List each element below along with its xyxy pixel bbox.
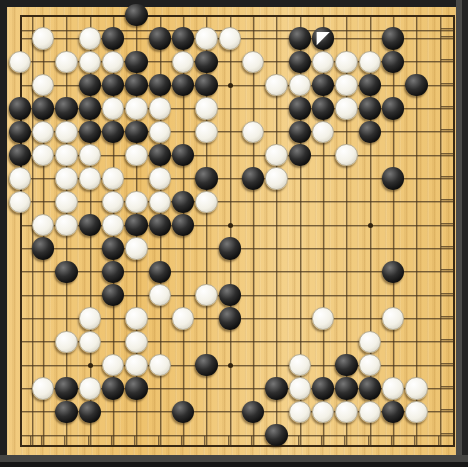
board-point[interactable]: [125, 424, 148, 447]
board-point[interactable]: [8, 424, 31, 447]
board-point[interactable]: [218, 400, 241, 423]
board-point[interactable]: [172, 424, 195, 447]
board-point[interactable]: [8, 354, 31, 377]
board-point[interactable]: [265, 74, 288, 97]
board-point[interactable]: [242, 330, 265, 353]
board-point[interactable]: [312, 50, 335, 73]
board-point[interactable]: [218, 377, 241, 400]
board-point[interactable]: [265, 167, 288, 190]
board-point[interactable]: [242, 50, 265, 73]
board-point[interactable]: [102, 50, 125, 73]
board-point[interactable]: [32, 214, 55, 237]
board-point[interactable]: [265, 424, 288, 447]
board-point[interactable]: [218, 307, 241, 330]
board-point[interactable]: [335, 4, 358, 27]
board-point[interactable]: [55, 237, 78, 260]
board-point[interactable]: [335, 307, 358, 330]
board-point[interactable]: [195, 120, 218, 143]
board-point[interactable]: [218, 330, 241, 353]
board-point[interactable]: [148, 377, 171, 400]
board-point[interactable]: [55, 144, 78, 167]
board-point[interactable]: [288, 330, 311, 353]
board-point[interactable]: [195, 330, 218, 353]
board-point[interactable]: [8, 400, 31, 423]
board-point[interactable]: [428, 214, 451, 237]
board-point[interactable]: [405, 260, 428, 283]
board-point[interactable]: [358, 377, 381, 400]
board-point[interactable]: [288, 424, 311, 447]
board-point[interactable]: [32, 354, 55, 377]
board-point[interactable]: [382, 120, 405, 143]
board-point[interactable]: [382, 97, 405, 120]
board-point[interactable]: [428, 74, 451, 97]
board-point[interactable]: [428, 330, 451, 353]
board-point[interactable]: [125, 354, 148, 377]
board-point[interactable]: [195, 74, 218, 97]
board-point[interactable]: [428, 190, 451, 213]
board-point[interactable]: [172, 120, 195, 143]
board-point[interactable]: [335, 377, 358, 400]
board-point[interactable]: [148, 74, 171, 97]
board-point[interactable]: [358, 27, 381, 50]
board-point[interactable]: [288, 97, 311, 120]
board-point[interactable]: [312, 354, 335, 377]
board-point[interactable]: [288, 354, 311, 377]
board-point[interactable]: [358, 284, 381, 307]
board-point[interactable]: [125, 4, 148, 27]
board-point[interactable]: [382, 284, 405, 307]
board-point[interactable]: [265, 27, 288, 50]
board-point[interactable]: [8, 284, 31, 307]
board-point[interactable]: [428, 4, 451, 27]
board-point[interactable]: [32, 284, 55, 307]
board-point[interactable]: [55, 260, 78, 283]
board-point[interactable]: [172, 74, 195, 97]
board-point[interactable]: [125, 190, 148, 213]
board-point[interactable]: [265, 330, 288, 353]
board-point[interactable]: [148, 400, 171, 423]
board-point[interactable]: [32, 307, 55, 330]
board-point[interactable]: [358, 260, 381, 283]
board-point[interactable]: [428, 354, 451, 377]
board-point[interactable]: [172, 190, 195, 213]
board-point[interactable]: [265, 144, 288, 167]
board-point[interactable]: [172, 284, 195, 307]
board-point[interactable]: [195, 307, 218, 330]
board-point[interactable]: [288, 50, 311, 73]
board-point[interactable]: [125, 237, 148, 260]
board-point[interactable]: [148, 4, 171, 27]
board-point[interactable]: [125, 144, 148, 167]
board-point[interactable]: [405, 74, 428, 97]
board-point[interactable]: [405, 120, 428, 143]
board-point[interactable]: [102, 214, 125, 237]
board-point[interactable]: [32, 377, 55, 400]
board-point[interactable]: [32, 167, 55, 190]
board-point[interactable]: [102, 354, 125, 377]
board-point[interactable]: [78, 190, 101, 213]
board-point[interactable]: [8, 260, 31, 283]
board-point[interactable]: [32, 144, 55, 167]
board-point[interactable]: [242, 424, 265, 447]
board-point[interactable]: [405, 50, 428, 73]
board-point[interactable]: [55, 307, 78, 330]
board-point[interactable]: [382, 27, 405, 50]
board-point[interactable]: [382, 354, 405, 377]
board-point[interactable]: [265, 237, 288, 260]
board-point[interactable]: [265, 307, 288, 330]
board-point[interactable]: [335, 97, 358, 120]
board-point[interactable]: [405, 190, 428, 213]
board-point[interactable]: [428, 237, 451, 260]
board-point[interactable]: [218, 214, 241, 237]
board-point[interactable]: [358, 4, 381, 27]
board-point[interactable]: [358, 74, 381, 97]
board-point[interactable]: [312, 260, 335, 283]
board-point[interactable]: [312, 167, 335, 190]
board-point[interactable]: [125, 330, 148, 353]
board-point[interactable]: [218, 260, 241, 283]
board-point[interactable]: [148, 50, 171, 73]
board-point[interactable]: [8, 50, 31, 73]
board-point[interactable]: [218, 120, 241, 143]
board-point[interactable]: [195, 214, 218, 237]
board-point[interactable]: [265, 260, 288, 283]
board-point[interactable]: [55, 27, 78, 50]
board-point[interactable]: [382, 330, 405, 353]
board-point[interactable]: [428, 167, 451, 190]
board-point[interactable]: [32, 120, 55, 143]
board-point[interactable]: [335, 144, 358, 167]
board-point[interactable]: [242, 97, 265, 120]
board-point[interactable]: [195, 237, 218, 260]
board-point[interactable]: [102, 284, 125, 307]
board-point[interactable]: [78, 400, 101, 423]
board-point[interactable]: [172, 307, 195, 330]
board-point[interactable]: [428, 50, 451, 73]
board-point[interactable]: [288, 307, 311, 330]
board-point[interactable]: [382, 74, 405, 97]
board-point[interactable]: [102, 97, 125, 120]
board-point[interactable]: [288, 190, 311, 213]
board-point[interactable]: [312, 237, 335, 260]
board-point[interactable]: [195, 167, 218, 190]
board-point[interactable]: [102, 400, 125, 423]
board-point[interactable]: [288, 167, 311, 190]
board-point[interactable]: [312, 74, 335, 97]
board-point[interactable]: [102, 27, 125, 50]
board-point[interactable]: [405, 424, 428, 447]
board-point[interactable]: [218, 97, 241, 120]
board-point[interactable]: [78, 284, 101, 307]
board-point[interactable]: [405, 284, 428, 307]
board-point[interactable]: [78, 214, 101, 237]
board-point[interactable]: [242, 307, 265, 330]
board-point[interactable]: [218, 354, 241, 377]
board-point[interactable]: [78, 377, 101, 400]
board-point[interactable]: [288, 260, 311, 283]
board-point[interactable]: [218, 4, 241, 27]
board-point[interactable]: [218, 167, 241, 190]
board-point[interactable]: [102, 307, 125, 330]
board-point[interactable]: [55, 377, 78, 400]
board-point[interactable]: [78, 307, 101, 330]
board-point[interactable]: [78, 97, 101, 120]
board-point[interactable]: [148, 284, 171, 307]
board-point[interactable]: [242, 354, 265, 377]
board-point[interactable]: [102, 377, 125, 400]
board-point[interactable]: [172, 167, 195, 190]
board-point[interactable]: [312, 4, 335, 27]
board-point[interactable]: [312, 190, 335, 213]
board-point[interactable]: [55, 74, 78, 97]
board-point[interactable]: [125, 377, 148, 400]
board-point[interactable]: [148, 307, 171, 330]
board-point[interactable]: [335, 120, 358, 143]
board-point[interactable]: [102, 144, 125, 167]
board-point[interactable]: [32, 50, 55, 73]
board-point[interactable]: [265, 4, 288, 27]
board-point[interactable]: [335, 260, 358, 283]
board-point[interactable]: [335, 27, 358, 50]
board-point[interactable]: [288, 237, 311, 260]
board-point[interactable]: [218, 144, 241, 167]
board-point[interactable]: [288, 74, 311, 97]
board-point[interactable]: [148, 260, 171, 283]
board-point[interactable]: [358, 190, 381, 213]
board-point[interactable]: [218, 284, 241, 307]
board-point[interactable]: [312, 27, 335, 50]
board-point[interactable]: [125, 284, 148, 307]
board-point[interactable]: [242, 144, 265, 167]
board-point[interactable]: [312, 424, 335, 447]
board-point[interactable]: [288, 214, 311, 237]
board-point[interactable]: [405, 307, 428, 330]
board-point[interactable]: [172, 50, 195, 73]
board-point[interactable]: [8, 214, 31, 237]
board-point[interactable]: [335, 167, 358, 190]
board-point[interactable]: [148, 214, 171, 237]
board-point[interactable]: [265, 120, 288, 143]
board-point[interactable]: [288, 144, 311, 167]
board-point[interactable]: [242, 284, 265, 307]
board-point[interactable]: [358, 424, 381, 447]
board-point[interactable]: [265, 354, 288, 377]
board-point[interactable]: [335, 284, 358, 307]
board-point[interactable]: [148, 120, 171, 143]
board-point[interactable]: [382, 144, 405, 167]
board-point[interactable]: [428, 260, 451, 283]
board-point[interactable]: [265, 377, 288, 400]
board-point[interactable]: [125, 167, 148, 190]
board-point[interactable]: [172, 214, 195, 237]
board-point[interactable]: [32, 190, 55, 213]
board-point[interactable]: [335, 354, 358, 377]
board-point[interactable]: [405, 144, 428, 167]
board-point[interactable]: [242, 214, 265, 237]
board-point[interactable]: [242, 237, 265, 260]
board-point[interactable]: [358, 237, 381, 260]
board-point[interactable]: [172, 330, 195, 353]
board-point[interactable]: [102, 260, 125, 283]
board-point[interactable]: [405, 97, 428, 120]
board-point[interactable]: [405, 167, 428, 190]
board-point[interactable]: [382, 214, 405, 237]
board-point[interactable]: [358, 330, 381, 353]
board-point[interactable]: [125, 74, 148, 97]
board-point[interactable]: [335, 50, 358, 73]
board-point[interactable]: [335, 237, 358, 260]
board-point[interactable]: [55, 190, 78, 213]
board-point[interactable]: [195, 50, 218, 73]
board-point[interactable]: [288, 284, 311, 307]
board-point[interactable]: [195, 424, 218, 447]
board-point[interactable]: [148, 330, 171, 353]
board-point[interactable]: [8, 4, 31, 27]
board-point[interactable]: [242, 377, 265, 400]
board-point[interactable]: [78, 237, 101, 260]
board-point[interactable]: [382, 377, 405, 400]
board-point[interactable]: [358, 97, 381, 120]
board-point[interactable]: [32, 400, 55, 423]
board-point[interactable]: [78, 260, 101, 283]
board-point[interactable]: [265, 190, 288, 213]
board-point[interactable]: [242, 27, 265, 50]
board-point[interactable]: [55, 4, 78, 27]
board-point[interactable]: [358, 307, 381, 330]
board-point[interactable]: [125, 260, 148, 283]
board-point[interactable]: [382, 237, 405, 260]
board-point[interactable]: [195, 144, 218, 167]
board-point[interactable]: [382, 424, 405, 447]
board-point[interactable]: [125, 307, 148, 330]
board-point[interactable]: [242, 4, 265, 27]
board-point[interactable]: [172, 4, 195, 27]
board-point[interactable]: [288, 400, 311, 423]
board-point[interactable]: [125, 97, 148, 120]
board-point[interactable]: [382, 400, 405, 423]
board-point[interactable]: [172, 260, 195, 283]
board-point[interactable]: [125, 50, 148, 73]
board-point[interactable]: [218, 237, 241, 260]
board-point[interactable]: [312, 144, 335, 167]
board-point[interactable]: [125, 27, 148, 50]
board-point[interactable]: [405, 237, 428, 260]
board-point[interactable]: [8, 27, 31, 50]
board-point[interactable]: [125, 214, 148, 237]
board-point[interactable]: [102, 167, 125, 190]
board-point[interactable]: [358, 354, 381, 377]
board-point[interactable]: [78, 27, 101, 50]
board-point[interactable]: [55, 214, 78, 237]
board-point[interactable]: [218, 50, 241, 73]
board-point[interactable]: [148, 167, 171, 190]
board-point[interactable]: [195, 4, 218, 27]
board-point[interactable]: [148, 354, 171, 377]
board-point[interactable]: [78, 330, 101, 353]
board-point[interactable]: [172, 354, 195, 377]
board-point[interactable]: [312, 214, 335, 237]
board-point[interactable]: [195, 97, 218, 120]
board-point[interactable]: [32, 4, 55, 27]
board-point[interactable]: [405, 377, 428, 400]
board-point[interactable]: [312, 284, 335, 307]
board-point[interactable]: [8, 74, 31, 97]
board-point[interactable]: [358, 50, 381, 73]
board-point[interactable]: [358, 120, 381, 143]
board-point[interactable]: [358, 167, 381, 190]
board-point[interactable]: [195, 284, 218, 307]
board-point[interactable]: [78, 144, 101, 167]
board-point[interactable]: [405, 214, 428, 237]
board-point[interactable]: [288, 4, 311, 27]
board-point[interactable]: [428, 27, 451, 50]
board-point[interactable]: [125, 400, 148, 423]
board-point[interactable]: [312, 400, 335, 423]
board-point[interactable]: [148, 144, 171, 167]
board-point[interactable]: [382, 50, 405, 73]
board-point[interactable]: [358, 214, 381, 237]
board-point[interactable]: [102, 190, 125, 213]
board-point[interactable]: [428, 284, 451, 307]
board-point[interactable]: [358, 400, 381, 423]
board-point[interactable]: [195, 260, 218, 283]
board-point[interactable]: [265, 97, 288, 120]
board-point[interactable]: [172, 377, 195, 400]
board-point[interactable]: [405, 330, 428, 353]
board-point[interactable]: [8, 167, 31, 190]
board-point[interactable]: [382, 167, 405, 190]
board-point[interactable]: [335, 400, 358, 423]
board-point[interactable]: [218, 190, 241, 213]
board-point[interactable]: [8, 144, 31, 167]
board-point[interactable]: [382, 4, 405, 27]
board-point[interactable]: [242, 260, 265, 283]
board-point[interactable]: [242, 190, 265, 213]
board-point[interactable]: [172, 97, 195, 120]
board-point[interactable]: [8, 307, 31, 330]
board-point[interactable]: [55, 167, 78, 190]
board-point[interactable]: [312, 97, 335, 120]
board-point[interactable]: [148, 190, 171, 213]
board-point[interactable]: [312, 307, 335, 330]
board-point[interactable]: [102, 74, 125, 97]
board-point[interactable]: [428, 400, 451, 423]
board-point[interactable]: [195, 190, 218, 213]
board-point[interactable]: [55, 354, 78, 377]
board-point[interactable]: [335, 330, 358, 353]
board-point[interactable]: [428, 424, 451, 447]
board-point[interactable]: [312, 377, 335, 400]
board-point[interactable]: [55, 284, 78, 307]
board-point[interactable]: [8, 377, 31, 400]
board-point[interactable]: [382, 307, 405, 330]
board-point[interactable]: [428, 144, 451, 167]
board-point[interactable]: [32, 260, 55, 283]
board-point[interactable]: [172, 237, 195, 260]
board-point[interactable]: [55, 120, 78, 143]
board-point[interactable]: [148, 424, 171, 447]
board-point[interactable]: [265, 214, 288, 237]
board-point[interactable]: [102, 120, 125, 143]
board-point[interactable]: [8, 190, 31, 213]
board-point[interactable]: [102, 237, 125, 260]
board-point[interactable]: [32, 424, 55, 447]
board-point[interactable]: [55, 97, 78, 120]
board-point[interactable]: [102, 424, 125, 447]
board-point[interactable]: [312, 330, 335, 353]
board-point[interactable]: [8, 97, 31, 120]
